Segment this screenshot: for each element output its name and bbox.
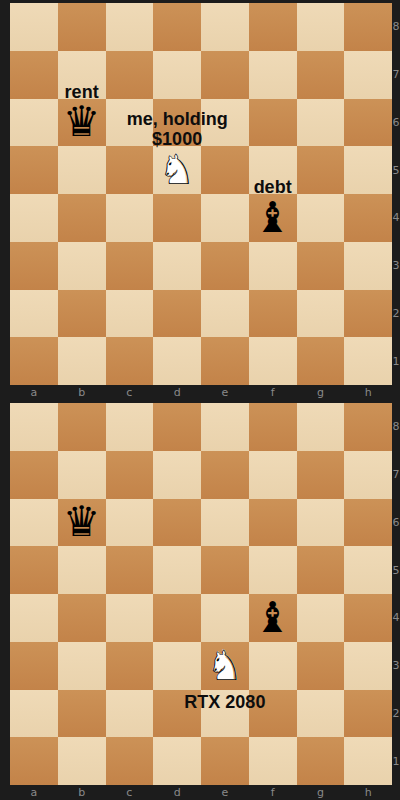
square-b1[interactable] (58, 737, 106, 785)
rank-label-5: 5 (392, 146, 400, 194)
rank-label-1: 1 (392, 737, 400, 785)
square-b2[interactable] (58, 290, 106, 338)
square-a4[interactable] (10, 194, 58, 242)
square-e8[interactable] (201, 403, 249, 451)
rank-coordinates: 87654321 (392, 403, 400, 785)
square-f7[interactable] (249, 451, 297, 499)
square-e1[interactable] (201, 337, 249, 385)
square-d8[interactable] (153, 403, 201, 451)
square-h6[interactable] (344, 99, 392, 147)
square-f3[interactable] (249, 642, 297, 690)
file-label-f: f (249, 785, 297, 800)
label-me-holding-1000-line-1: me, holding (127, 109, 228, 129)
file-label-g: g (297, 385, 345, 400)
square-h8[interactable] (344, 403, 392, 451)
rank-coordinates: 87654321 (392, 3, 400, 385)
label-me-holding-1000-line-2: $1000 (127, 129, 228, 149)
white-knight-on-e3[interactable]: ♞♘ (201, 642, 249, 690)
square-g2[interactable] (297, 690, 345, 738)
square-d3[interactable] (153, 642, 201, 690)
chessboard-top: ♛♞♘♝rentme, holding$1000debt (10, 3, 392, 385)
rank-label-7: 7 (392, 51, 400, 99)
label-debt-line-1: debt (254, 177, 292, 197)
square-d4[interactable] (153, 194, 201, 242)
square-c1[interactable] (106, 737, 154, 785)
black-queen-glyph: ♛ (58, 99, 106, 147)
square-d8[interactable] (153, 3, 201, 51)
square-g8[interactable] (297, 403, 345, 451)
square-b5[interactable] (58, 546, 106, 594)
rank-label-8: 8 (392, 3, 400, 51)
square-f3[interactable] (249, 242, 297, 290)
file-label-f: f (249, 385, 297, 400)
board-panel-top: ♛♞♘♝rentme, holding$1000debt87654321abcd… (0, 0, 400, 400)
label-rtx-2080-line-1: RTX 2080 (184, 692, 265, 712)
square-b2[interactable] (58, 690, 106, 738)
square-c4[interactable] (106, 594, 154, 642)
square-d2[interactable] (153, 290, 201, 338)
file-label-g: g (297, 785, 345, 800)
square-g6[interactable] (297, 499, 345, 547)
square-g8[interactable] (297, 3, 345, 51)
file-coordinates: abcdefgh (10, 785, 392, 800)
file-label-b: b (58, 785, 106, 800)
square-c2[interactable] (106, 290, 154, 338)
square-e2[interactable] (201, 290, 249, 338)
board-panel-bottom: ♛♝♞♘RTX 208087654321abcdefgh (0, 400, 400, 800)
square-e7[interactable] (201, 51, 249, 99)
square-g1[interactable] (297, 337, 345, 385)
square-b4[interactable] (58, 194, 106, 242)
square-g4[interactable] (297, 194, 345, 242)
square-a6[interactable] (10, 499, 58, 547)
file-label-h: h (344, 785, 392, 800)
square-g3[interactable] (297, 642, 345, 690)
rank-label-4: 4 (392, 194, 400, 242)
square-h7[interactable] (344, 451, 392, 499)
square-f1[interactable] (249, 737, 297, 785)
square-g1[interactable] (297, 737, 345, 785)
square-a8[interactable] (10, 403, 58, 451)
square-c3[interactable] (106, 242, 154, 290)
square-d1[interactable] (153, 337, 201, 385)
chessboard-bottom: ♛♝♞♘RTX 2080 (10, 403, 392, 785)
rank-label-3: 3 (392, 242, 400, 290)
square-h1[interactable] (344, 737, 392, 785)
square-f6[interactable] (249, 99, 297, 147)
rank-label-1: 1 (392, 337, 400, 385)
square-h8[interactable] (344, 3, 392, 51)
rank-label-6: 6 (392, 99, 400, 147)
square-a5[interactable] (10, 146, 58, 194)
square-a2[interactable] (10, 690, 58, 738)
black-queen-glyph: ♛ (58, 499, 106, 547)
square-d7[interactable] (153, 451, 201, 499)
file-label-c: c (106, 785, 154, 800)
square-a1[interactable] (10, 337, 58, 385)
chess-meme-page: ♛♞♘♝rentme, holding$1000debt87654321abcd… (0, 0, 400, 800)
square-b8[interactable] (58, 3, 106, 51)
file-label-c: c (106, 385, 154, 400)
rank-label-7: 7 (392, 451, 400, 499)
black-queen-on-b6[interactable]: ♛ (58, 499, 106, 547)
square-a3[interactable] (10, 642, 58, 690)
square-b8[interactable] (58, 403, 106, 451)
square-e1[interactable] (201, 737, 249, 785)
rank-label-2: 2 (392, 690, 400, 738)
square-f1[interactable] (249, 337, 297, 385)
square-c1[interactable] (106, 337, 154, 385)
square-e3[interactable] (201, 242, 249, 290)
square-c7[interactable] (106, 51, 154, 99)
square-d3[interactable] (153, 242, 201, 290)
label-debt: debt (254, 177, 292, 197)
square-a6[interactable] (10, 99, 58, 147)
square-h2[interactable] (344, 290, 392, 338)
square-c2[interactable] (106, 690, 154, 738)
square-e4[interactable] (201, 594, 249, 642)
white-knight-outline-glyph: ♘ (201, 642, 249, 690)
square-f8[interactable] (249, 3, 297, 51)
square-b3[interactable] (58, 642, 106, 690)
rank-label-4: 4 (392, 594, 400, 642)
rank-label-3: 3 (392, 642, 400, 690)
square-h3[interactable] (344, 242, 392, 290)
square-b1[interactable] (58, 337, 106, 385)
square-a3[interactable] (10, 242, 58, 290)
file-label-b: b (58, 385, 106, 400)
square-e7[interactable] (201, 451, 249, 499)
square-f8[interactable] (249, 403, 297, 451)
square-c5[interactable] (106, 146, 154, 194)
square-e5[interactable] (201, 546, 249, 594)
black-bishop-on-f4[interactable]: ♝ (249, 194, 297, 242)
black-queen-on-b6[interactable]: ♛ (58, 99, 106, 147)
square-d6[interactable] (153, 499, 201, 547)
file-label-h: h (344, 385, 392, 400)
square-g5[interactable] (297, 546, 345, 594)
square-f5[interactable] (249, 546, 297, 594)
square-c3[interactable] (106, 642, 154, 690)
rank-label-5: 5 (392, 546, 400, 594)
rank-label-6: 6 (392, 499, 400, 547)
file-label-d: d (153, 785, 201, 800)
square-h6[interactable] (344, 499, 392, 547)
square-c8[interactable] (106, 3, 154, 51)
file-label-d: d (153, 385, 201, 400)
square-h4[interactable] (344, 594, 392, 642)
label-me-holding-1000: me, holding$1000 (127, 109, 228, 149)
square-c8[interactable] (106, 403, 154, 451)
black-bishop-glyph: ♝ (249, 194, 297, 242)
square-c4[interactable] (106, 194, 154, 242)
rank-label-2: 2 (392, 290, 400, 338)
label-rent-line-1: rent (65, 82, 99, 102)
square-a4[interactable] (10, 594, 58, 642)
square-c6[interactable] (106, 499, 154, 547)
square-a7[interactable] (10, 451, 58, 499)
square-a7[interactable] (10, 51, 58, 99)
square-d1[interactable] (153, 737, 201, 785)
square-h4[interactable] (344, 194, 392, 242)
square-h7[interactable] (344, 51, 392, 99)
square-g3[interactable] (297, 242, 345, 290)
square-f7[interactable] (249, 51, 297, 99)
square-a1[interactable] (10, 737, 58, 785)
label-rtx-2080: RTX 2080 (184, 692, 265, 712)
black-bishop-on-f4[interactable]: ♝ (249, 594, 297, 642)
square-h3[interactable] (344, 642, 392, 690)
white-knight-on-d5[interactable]: ♞♘ (153, 146, 201, 194)
square-a8[interactable] (10, 3, 58, 51)
square-b5[interactable] (58, 146, 106, 194)
square-g5[interactable] (297, 146, 345, 194)
square-g7[interactable] (297, 451, 345, 499)
square-d5[interactable] (153, 546, 201, 594)
square-g7[interactable] (297, 51, 345, 99)
square-c5[interactable] (106, 546, 154, 594)
black-bishop-glyph: ♝ (249, 594, 297, 642)
file-label-a: a (10, 785, 58, 800)
square-e5[interactable] (201, 146, 249, 194)
label-rent: rent (65, 82, 99, 102)
square-e6[interactable] (201, 499, 249, 547)
square-e8[interactable] (201, 3, 249, 51)
square-f6[interactable] (249, 499, 297, 547)
square-b7[interactable] (58, 451, 106, 499)
file-label-e: e (201, 385, 249, 400)
square-g2[interactable] (297, 290, 345, 338)
square-d7[interactable] (153, 51, 201, 99)
square-h2[interactable] (344, 690, 392, 738)
square-b4[interactable] (58, 594, 106, 642)
white-knight-outline-glyph: ♘ (153, 146, 201, 194)
file-label-a: a (10, 385, 58, 400)
square-h5[interactable] (344, 546, 392, 594)
square-a5[interactable] (10, 546, 58, 594)
square-a2[interactable] (10, 290, 58, 338)
square-e4[interactable] (201, 194, 249, 242)
square-b3[interactable] (58, 242, 106, 290)
file-label-e: e (201, 785, 249, 800)
square-g4[interactable] (297, 594, 345, 642)
square-h5[interactable] (344, 146, 392, 194)
square-c7[interactable] (106, 451, 154, 499)
file-coordinates: abcdefgh (10, 385, 392, 400)
rank-label-8: 8 (392, 403, 400, 451)
square-f2[interactable] (249, 290, 297, 338)
square-g6[interactable] (297, 99, 345, 147)
square-h1[interactable] (344, 337, 392, 385)
square-d4[interactable] (153, 594, 201, 642)
